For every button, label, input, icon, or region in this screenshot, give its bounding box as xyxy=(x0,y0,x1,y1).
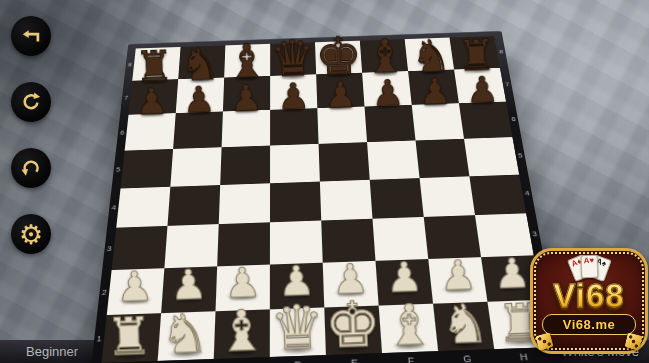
file-label: E xyxy=(326,355,383,363)
gear-icon: ⚙ xyxy=(19,221,43,248)
card-ace-hearts: A♥ xyxy=(580,255,598,279)
playing-cards-icon: A♦ A♥ A♠ xyxy=(533,256,645,279)
file-label: G xyxy=(438,351,496,363)
piece-white-p-g2[interactable]: ♟ xyxy=(428,252,487,295)
vi68-watermark: A♦ A♥ A♠ Vi68 Vi68.me xyxy=(530,248,648,354)
chess-piece-glyph: ♝ xyxy=(383,298,435,353)
dice-icon xyxy=(535,332,554,351)
piece-white-n-b1[interactable]: ♞ xyxy=(158,303,216,361)
chess-piece-glyph: ♞ xyxy=(440,299,490,352)
piece-white-p-a2[interactable]: ♟ xyxy=(108,263,165,307)
piece-black-p-a7[interactable]: ♟ xyxy=(128,85,178,119)
undo-curved-arrow-icon xyxy=(20,157,42,179)
file-label: D xyxy=(270,357,327,363)
piece-white-q-d1[interactable]: ♛ xyxy=(270,299,326,357)
redo-circular-arrow-icon xyxy=(20,91,42,113)
chess-piece-glyph: ♟ xyxy=(465,73,498,108)
undo-button[interactable] xyxy=(11,148,51,188)
chess-piece-glyph: ♟ xyxy=(115,266,153,306)
piece-white-k-e1[interactable]: ♚ xyxy=(324,297,382,355)
piece-white-p-f2[interactable]: ♟ xyxy=(375,254,432,297)
settings-button[interactable]: ⚙ xyxy=(11,214,51,254)
chess-piece-glyph: ♟ xyxy=(223,263,261,303)
control-button-column: ⚙ xyxy=(11,16,51,254)
chess-piece-glyph: ♟ xyxy=(324,78,357,113)
watermark-title: Vi68 xyxy=(533,277,645,315)
back-arrow-icon xyxy=(20,25,42,47)
piece-black-p-f7[interactable]: ♟ xyxy=(363,77,413,110)
piece-black-p-h7[interactable]: ♟ xyxy=(455,74,507,107)
piece-black-p-g7[interactable]: ♟ xyxy=(409,75,460,108)
dice-icon xyxy=(624,332,642,350)
chess-piece-glyph: ♛ xyxy=(269,298,325,357)
piece-black-p-b7[interactable]: ♟ xyxy=(175,84,224,118)
chess-piece-glyph: ♟ xyxy=(229,81,262,116)
piece-white-n-g1[interactable]: ♞ xyxy=(432,293,494,351)
piece-black-p-d7[interactable]: ♟ xyxy=(270,80,317,114)
back-button[interactable] xyxy=(11,16,51,56)
chess-piece-glyph: ♟ xyxy=(439,255,477,295)
chess-piece-glyph: ♟ xyxy=(135,84,168,119)
piece-white-p-b2[interactable]: ♟ xyxy=(162,261,218,305)
piece-black-p-e7[interactable]: ♟ xyxy=(316,79,365,113)
piece-white-b-c1[interactable]: ♝ xyxy=(214,301,270,359)
chess-piece-glyph: ♟ xyxy=(276,79,309,114)
file-label: F xyxy=(382,353,440,363)
redo-button[interactable] xyxy=(11,82,51,122)
piece-white-r-a1[interactable]: ♜ xyxy=(102,305,162,363)
board-scene: ♜♞♝♛♚♝♞♜♟♟♟♟♟♟♟♟♟♟♟♟♟♟♟♟♜♞♝♛♚♝♞♜ ABCDEFG… xyxy=(104,0,535,363)
chess-piece-glyph: ♟ xyxy=(371,76,404,111)
piece-black-p-c7[interactable]: ♟ xyxy=(223,82,270,116)
pieces-layer: ♜♞♝♛♚♝♞♜♟♟♟♟♟♟♟♟♟♟♟♟♟♟♟♟♜♞♝♛♚♝♞♜ xyxy=(102,36,551,363)
chess-piece-glyph: ♟ xyxy=(169,265,207,305)
chess-piece-glyph: ♟ xyxy=(493,253,531,293)
chess-piece-glyph: ♝ xyxy=(215,304,267,359)
chess-board[interactable]: ♜♞♝♛♚♝♞♜♟♟♟♟♟♟♟♟♟♟♟♟♟♟♟♟♜♞♝♛♚♝♞♜ ABCDEFG… xyxy=(89,31,563,363)
watermark-domain: Vi68.me xyxy=(563,317,615,332)
chess-piece-glyph: ♞ xyxy=(160,308,210,361)
watermark-banner: Vi68.me xyxy=(542,314,636,335)
chess-piece-glyph: ♟ xyxy=(182,82,215,117)
piece-white-p-c2[interactable]: ♟ xyxy=(216,259,270,302)
chess-piece-glyph: ♟ xyxy=(418,74,451,109)
difficulty-label: Beginner xyxy=(26,344,78,359)
chess-piece-glyph: ♚ xyxy=(324,294,382,355)
file-label: C xyxy=(213,359,270,363)
chess-piece-glyph: ♟ xyxy=(385,257,423,297)
chess-piece-glyph: ♜ xyxy=(106,312,154,362)
piece-white-b-f1[interactable]: ♝ xyxy=(378,295,438,353)
